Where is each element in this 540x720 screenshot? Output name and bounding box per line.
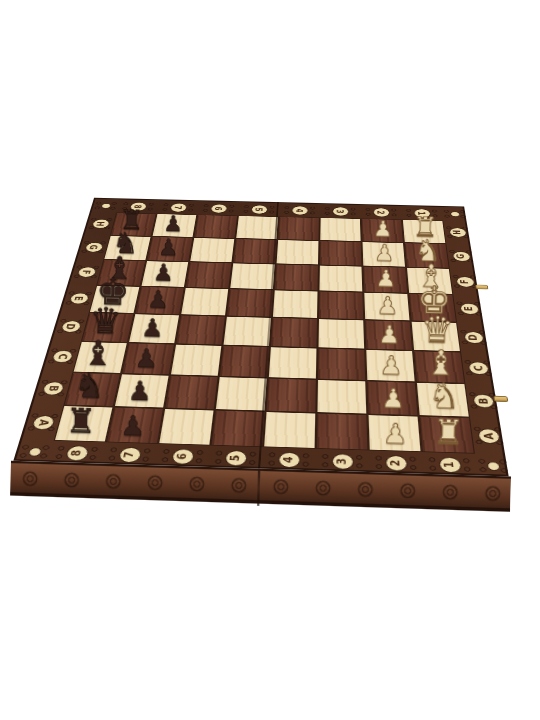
file-label-left-G-label: G xyxy=(88,244,99,249)
file-label-right-H: H xyxy=(443,220,472,244)
square-g7[interactable]: ♟ xyxy=(146,236,193,261)
piece-bP-c7[interactable]: ♟ xyxy=(135,346,158,372)
border-corner-top-right xyxy=(441,207,468,221)
rank-label-front-3-label: 3 xyxy=(336,458,349,465)
rank-label-back-8-label: 8 xyxy=(133,204,144,208)
square-f6[interactable] xyxy=(185,262,233,289)
square-a7[interactable]: ♟ xyxy=(106,407,164,444)
file-label-left-B-medallion: B xyxy=(41,381,65,395)
rank-label-front-1-medallion: 1 xyxy=(438,456,462,473)
square-c7[interactable]: ♟ xyxy=(121,343,175,375)
file-label-right-E-medallion: E xyxy=(459,303,480,315)
rank-label-back-6-medallion: 6 xyxy=(210,204,228,213)
rank-label-back-3-medallion: 3 xyxy=(332,206,349,216)
square-f7[interactable]: ♟ xyxy=(140,261,189,288)
square-d4[interactable] xyxy=(270,317,318,348)
file-label-right-G-label: G xyxy=(456,254,467,259)
square-d7[interactable]: ♟ xyxy=(128,314,180,344)
corner-motif-bottom-right xyxy=(486,461,500,471)
square-d5[interactable] xyxy=(222,316,271,347)
rank-label-front-1-label: 1 xyxy=(443,461,457,468)
corner-motif-top-right xyxy=(449,211,460,217)
square-e7[interactable]: ♟ xyxy=(134,286,184,315)
file-label-right-D-medallion: D xyxy=(463,331,484,344)
rank-label-back-7-label: 7 xyxy=(173,205,183,209)
square-c5[interactable] xyxy=(219,345,270,378)
square-a2[interactable]: ♟ xyxy=(367,414,421,452)
square-h3[interactable] xyxy=(319,217,361,241)
file-label-left-B-label: B xyxy=(46,385,60,391)
rank-label-front-7-label: 7 xyxy=(123,451,137,458)
square-h4[interactable] xyxy=(277,217,320,241)
file-label-right-H-medallion: H xyxy=(448,227,467,237)
file-label-right-B-medallion: B xyxy=(472,393,495,408)
square-a8[interactable]: ♜ xyxy=(54,405,114,442)
file-label-right-H-label: H xyxy=(452,230,463,235)
file-label-left-F-medallion: F xyxy=(76,266,97,277)
file-label-right-F-medallion: F xyxy=(455,276,475,287)
piece-wP-e2[interactable]: ♟ xyxy=(376,294,398,319)
square-d2[interactable]: ♟ xyxy=(364,320,413,351)
file-label-left-D-medallion: D xyxy=(60,320,83,332)
rank-label-back-6-label: 6 xyxy=(214,206,224,210)
piece-bN-b8[interactable]: ♞ xyxy=(74,369,105,404)
rank-label-front-2-medallion: 2 xyxy=(384,455,407,472)
rank-label-back-6: 6 xyxy=(197,201,239,215)
square-e2[interactable]: ♟ xyxy=(363,292,410,321)
square-b5[interactable] xyxy=(215,376,268,411)
piece-bP-a7[interactable]: ♟ xyxy=(120,412,145,440)
square-h6[interactable] xyxy=(193,215,238,239)
rank-label-front-6-label: 6 xyxy=(176,453,190,460)
file-label-right-A-label: A xyxy=(482,432,496,439)
square-c4[interactable] xyxy=(268,347,318,380)
square-g3[interactable] xyxy=(319,241,362,267)
file-label-left-E-label: E xyxy=(73,296,85,301)
file-label-right-F: F xyxy=(450,268,481,295)
rank-label-back-5-label: 5 xyxy=(254,207,264,211)
file-label-right-C-medallion: C xyxy=(467,361,489,375)
file-label-right-A-medallion: A xyxy=(476,428,500,444)
rank-label-front-4-medallion: 4 xyxy=(277,451,300,467)
file-label-left-A-medallion: A xyxy=(30,415,55,430)
piece-wP-b2[interactable]: ♟ xyxy=(381,385,406,412)
rank-label-back-4-medallion: 4 xyxy=(291,206,308,215)
square-f2[interactable]: ♟ xyxy=(362,266,408,293)
file-label-right-D: D xyxy=(457,322,490,352)
file-label-left-E-medallion: E xyxy=(68,292,90,304)
piece-bP-f7[interactable]: ♟ xyxy=(153,261,174,285)
rank-label-front-8-medallion: 8 xyxy=(64,445,90,461)
piece-bP-b7[interactable]: ♟ xyxy=(128,378,152,405)
piece-bP-g7[interactable]: ♟ xyxy=(158,236,179,259)
file-label-right-C: C xyxy=(461,352,496,385)
square-f5[interactable] xyxy=(229,263,275,290)
file-label-left-H-label: H xyxy=(95,221,106,226)
file-label-right-A: A xyxy=(470,417,507,454)
piece-wP-h2[interactable]: ♟ xyxy=(373,218,393,240)
file-label-right-G: G xyxy=(446,244,476,269)
piece-bP-h7[interactable]: ♟ xyxy=(163,213,183,235)
rank-label-front-8-label: 8 xyxy=(70,450,84,457)
rank-label-front-4-label: 4 xyxy=(282,456,295,463)
file-label-right-F-label: F xyxy=(459,279,470,284)
piece-bP-e7[interactable]: ♟ xyxy=(147,288,169,312)
product-photo: 87654321H♜♟♟♜HG♞♟♟♞GF♝♟♟♝FE♚♟♟♚ED♛♟♟♛DC♝… xyxy=(0,0,540,720)
square-h5[interactable] xyxy=(235,216,279,240)
piece-bR-a8[interactable]: ♜ xyxy=(65,404,96,439)
square-c2[interactable]: ♟ xyxy=(365,349,416,382)
square-a6[interactable] xyxy=(158,408,215,445)
file-label-left-A-label: A xyxy=(36,419,50,426)
square-b2[interactable]: ♟ xyxy=(366,381,418,416)
square-b7[interactable]: ♟ xyxy=(114,374,170,409)
file-label-right-C-label: C xyxy=(472,365,485,371)
square-g4[interactable] xyxy=(276,240,320,265)
piece-wP-f2[interactable]: ♟ xyxy=(375,267,397,291)
rank-label-back-3-label: 3 xyxy=(335,209,345,213)
piece-bP-d7[interactable]: ♟ xyxy=(141,316,164,341)
piece-wN-b1[interactable]: ♞ xyxy=(428,379,460,414)
square-d3[interactable] xyxy=(317,319,365,350)
file-label-left-G-medallion: G xyxy=(84,242,104,252)
file-label-left-F-label: F xyxy=(81,270,93,274)
piece-wP-a2[interactable]: ♟ xyxy=(383,420,408,448)
square-g6[interactable] xyxy=(189,237,235,262)
file-label-left-C-label: C xyxy=(56,353,69,359)
file-label-right-E: E xyxy=(453,294,485,323)
file-label-left-C-medallion: C xyxy=(50,350,73,363)
square-e4[interactable] xyxy=(272,290,319,319)
border-corner-bottom-right xyxy=(475,454,511,478)
square-b4[interactable] xyxy=(265,378,316,413)
square-e6[interactable] xyxy=(180,287,229,316)
fold-seam-front xyxy=(257,471,260,506)
square-c3[interactable] xyxy=(317,348,366,381)
rank-label-front-3-medallion: 3 xyxy=(331,453,353,469)
file-label-right-G-medallion: G xyxy=(451,251,470,262)
square-b6[interactable] xyxy=(164,375,219,410)
rank-label-front-6-medallion: 6 xyxy=(170,448,194,464)
file-label-right-D-label: D xyxy=(467,334,479,340)
file-label-right-E-label: E xyxy=(463,306,475,311)
piece-wP-d2[interactable]: ♟ xyxy=(378,322,401,347)
square-e5[interactable] xyxy=(226,289,274,318)
rank-label-back-1-label: 1 xyxy=(417,211,427,215)
square-a4[interactable] xyxy=(263,411,316,448)
square-a3[interactable] xyxy=(316,413,369,451)
square-f4[interactable] xyxy=(274,264,319,291)
rank-label-front-2-label: 2 xyxy=(389,459,402,466)
square-g5[interactable] xyxy=(232,238,277,263)
square-g2[interactable]: ♟ xyxy=(362,242,406,268)
square-a5[interactable] xyxy=(210,410,265,447)
square-a1[interactable]: ♜ xyxy=(419,416,475,454)
square-f3[interactable] xyxy=(318,265,363,292)
rank-label-back-5-medallion: 5 xyxy=(250,205,268,214)
rank-label-back-4-label: 4 xyxy=(295,208,305,212)
piece-wP-c2[interactable]: ♟ xyxy=(379,353,403,379)
file-label-left-D-label: D xyxy=(64,323,77,329)
corner-motif-bottom-left xyxy=(27,447,42,456)
file-label-right-B-label: B xyxy=(477,397,490,404)
square-c6[interactable] xyxy=(170,344,223,376)
chess-set: 87654321H♜♟♟♜HG♞♟♟♞GF♝♟♟♝FE♚♟♟♚ED♛♟♟♛DC♝… xyxy=(13,198,508,477)
square-e3[interactable] xyxy=(318,291,364,320)
rank-label-front-5-medallion: 5 xyxy=(224,450,247,466)
rank-label-front-7-medallion: 7 xyxy=(117,446,142,462)
square-b3[interactable] xyxy=(316,379,367,414)
rank-label-back-4: 4 xyxy=(279,203,320,217)
file-label-left-H-medallion: H xyxy=(91,219,111,229)
square-d6[interactable] xyxy=(175,315,226,345)
rank-label-front-5-label: 5 xyxy=(229,454,242,461)
rank-label-back-5: 5 xyxy=(238,202,280,216)
piece-wR-a1[interactable]: ♜ xyxy=(432,415,464,450)
rank-label-back-3: 3 xyxy=(320,204,361,218)
rank-label-back-2-label: 2 xyxy=(376,210,386,214)
corner-motif-top-left xyxy=(100,203,111,208)
piece-wP-g2[interactable]: ♟ xyxy=(374,242,395,265)
